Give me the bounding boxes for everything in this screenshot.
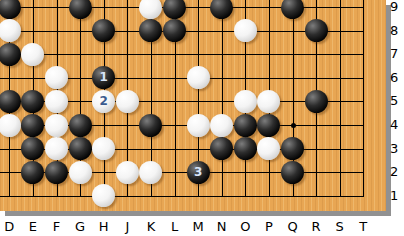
stone-black-K4[interactable] <box>139 114 162 137</box>
col-label-J: J <box>118 219 136 234</box>
stone-white-J5[interactable] <box>116 90 139 113</box>
col-label-D: D <box>0 219 18 234</box>
row-label-3: 3 <box>390 141 404 157</box>
stone-black-P4[interactable] <box>257 114 280 137</box>
stone-white-O8[interactable] <box>234 19 257 42</box>
grid-line-col-N <box>222 0 223 197</box>
stone-white-M4[interactable] <box>187 114 210 137</box>
col-label-R: R <box>307 219 325 234</box>
stone-black-D7[interactable] <box>0 43 21 66</box>
grid-line-col-S <box>340 0 341 197</box>
grid-line-row-7 <box>0 54 364 55</box>
stone-black-G9[interactable] <box>69 0 92 19</box>
col-label-F: F <box>48 219 66 234</box>
col-label-H: H <box>95 219 113 234</box>
stone-black-D5[interactable] <box>0 90 21 113</box>
row-label-8: 8 <box>390 23 404 39</box>
row-label-6: 6 <box>390 70 404 86</box>
grid-line-col-T <box>363 0 364 197</box>
col-label-T: T <box>354 219 372 234</box>
stone-white-J2[interactable] <box>116 161 139 184</box>
row-label-7: 7 <box>390 46 404 62</box>
stone-black-E2[interactable] <box>21 161 44 184</box>
stone-white-N4[interactable] <box>210 114 233 137</box>
stone-white-M6[interactable] <box>187 66 210 89</box>
stone-white-F4[interactable] <box>45 114 68 137</box>
col-label-L: L <box>166 219 184 234</box>
col-label-S: S <box>331 219 349 234</box>
col-label-M: M <box>189 219 207 234</box>
stone-black-L8[interactable] <box>163 19 186 42</box>
col-label-Q: Q <box>284 219 302 234</box>
col-label-E: E <box>24 219 42 234</box>
stone-black-R5[interactable] <box>305 90 328 113</box>
stone-black-O3[interactable] <box>234 137 257 160</box>
col-label-P: P <box>260 219 278 234</box>
stone-black-Q2[interactable] <box>281 161 304 184</box>
stone-black-F2[interactable] <box>45 161 68 184</box>
stone-white-E7[interactable] <box>21 43 44 66</box>
stone-black-R8[interactable] <box>305 19 328 42</box>
row-label-5: 5 <box>390 93 404 109</box>
col-label-N: N <box>213 219 231 234</box>
grid-line-row-1 <box>0 196 364 197</box>
stone-white-D4[interactable] <box>0 114 21 137</box>
star-point-Q4 <box>291 123 296 128</box>
stone-white-F3[interactable] <box>45 137 68 160</box>
stone-black-O4[interactable] <box>234 114 257 137</box>
stone-black-E4[interactable] <box>21 114 44 137</box>
stone-white-O5[interactable] <box>234 90 257 113</box>
stone-white-F5[interactable] <box>45 90 68 113</box>
stone-black-G4[interactable] <box>69 114 92 137</box>
stone-white-G2[interactable] <box>69 161 92 184</box>
col-label-G: G <box>71 219 89 234</box>
stone-black-M2-move-3[interactable]: 3 <box>187 161 210 184</box>
stone-black-G3[interactable] <box>69 137 92 160</box>
stone-white-K2[interactable] <box>139 161 162 184</box>
stone-white-H5-move-2[interactable]: 2 <box>92 90 115 113</box>
col-label-O: O <box>236 219 254 234</box>
row-label-1: 1 <box>390 188 404 204</box>
stone-black-Q3[interactable] <box>281 137 304 160</box>
row-label-4: 4 <box>390 117 404 133</box>
row-label-9: 9 <box>390 0 404 15</box>
col-label-K: K <box>142 219 160 234</box>
go-diagram: 123 DEFGHJKLMNOPQRST987654321 <box>0 0 404 236</box>
row-label-2: 2 <box>390 164 404 180</box>
